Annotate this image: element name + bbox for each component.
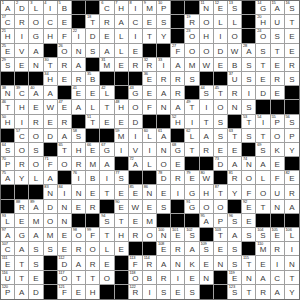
grid-cell-r12c16[interactable]: 73D [214,157,228,171]
grid-cell-r5c4[interactable]: 30T [44,58,58,72]
grid-cell-r20c15[interactable]: N [200,271,214,285]
grid-cell-r4c5[interactable]: 26O [58,44,72,58]
grid-cell-r5c13[interactable]: A [171,58,185,72]
grid-cell-r9c20[interactable]: 55P [271,115,285,129]
grid-cell-r13c13[interactable]: R [171,171,185,185]
grid-cell-r7c8[interactable]: 42L [100,86,114,100]
grid-cell-r4c20[interactable]: T [271,44,285,58]
grid-cell-r17c20[interactable]: 105E [271,228,285,242]
grid-cell-r5c6[interactable]: A [72,58,86,72]
grid-cell-r12c7[interactable]: M [86,157,100,171]
grid-cell-r3c15[interactable]: H [200,29,214,43]
grid-cell-r1c20[interactable]: 15A [271,1,285,15]
grid-cell-r15c4[interactable]: D [44,200,58,214]
grid-cell-r11c19[interactable]: 69S [256,143,270,157]
grid-cell-r19c15[interactable]: E [200,256,214,270]
grid-cell-r13c21[interactable]: 82E [285,171,299,185]
grid-cell-r8c8[interactable]: T [100,100,114,114]
grid-cell-r17c1[interactable]: 97A [1,228,15,242]
grid-cell-r21c1[interactable]: 120P [1,285,15,299]
grid-cell-r21c3[interactable]: D [29,285,43,299]
grid-cell-r4c21[interactable]: E [285,44,299,58]
grid-cell-r17c17[interactable]: A [228,228,242,242]
grid-cell-r2c1[interactable]: 17C [1,15,15,29]
grid-cell-r4c9[interactable]: L [115,44,129,58]
grid-cell-r8c2[interactable]: H [15,100,29,114]
grid-cell-r21c13[interactable]: E [171,285,185,299]
grid-cell-r5c11[interactable]: 32R [143,58,157,72]
grid-cell-r1c19[interactable]: 14G [256,1,270,15]
grid-cell-r7c7[interactable]: E [86,86,100,100]
grid-cell-r19c10[interactable]: 113F [129,256,143,270]
grid-cell-r3c21[interactable]: E [285,29,299,43]
grid-cell-r9c10[interactable]: D [129,115,143,129]
grid-cell-r12c5[interactable]: O [58,157,72,171]
grid-cell-r8c3[interactable]: E [29,100,43,114]
grid-cell-r17c14[interactable]: 102S [185,228,199,242]
grid-cell-r9c4[interactable]: E [44,115,58,129]
grid-cell-r7c20[interactable]: E [271,86,285,100]
grid-cell-r20c17[interactable]: 119E [228,271,242,285]
grid-cell-r3c8[interactable]: E [100,29,114,43]
grid-cell-r15c9[interactable]: 90E [115,200,129,214]
grid-cell-r2c3[interactable]: O [29,15,43,29]
grid-cell-r20c8[interactable]: O [100,271,114,285]
grid-cell-r15c2[interactable]: 88R [15,200,29,214]
grid-cell-r10c16[interactable]: S [214,129,228,143]
grid-cell-r2c15[interactable]: O [200,15,214,29]
grid-cell-r19c11[interactable]: 114R [143,256,157,270]
grid-cell-r5c21[interactable]: R [285,58,299,72]
grid-cell-r1c5[interactable]: 5B [58,1,72,15]
grid-cell-r13c18[interactable]: O [242,171,256,185]
grid-cell-r1c17[interactable]: 13S [228,1,242,15]
grid-cell-r2c16[interactable]: L [214,15,228,29]
grid-cell-r2c11[interactable]: E [143,15,157,29]
grid-cell-r18c16[interactable]: E [214,242,228,256]
grid-cell-r14c16[interactable]: 87T [214,185,228,199]
grid-cell-r5c12[interactable]: 33I [157,58,171,72]
grid-cell-r21c17[interactable]: 123S [228,285,242,299]
grid-cell-r5c19[interactable]: T [256,58,270,72]
grid-cell-r14c7[interactable]: E [86,185,100,199]
grid-cell-r21c2[interactable]: A [15,285,29,299]
grid-cell-r12c17[interactable]: A [228,157,242,171]
grid-cell-r13c3[interactable]: L [29,171,43,185]
grid-cell-r11c2[interactable]: O [15,143,29,157]
grid-cell-r18c6[interactable]: R [72,242,86,256]
grid-cell-r2c9[interactable]: A [115,15,129,29]
grid-cell-r1c12[interactable]: 10P [157,1,171,15]
grid-cell-r14c13[interactable]: I [171,185,185,199]
grid-cell-r20c7[interactable]: T [86,271,100,285]
grid-cell-r14c11[interactable]: 86N [143,185,157,199]
grid-cell-r8c5[interactable]: 47E [58,100,72,114]
grid-cell-r20c12[interactable]: R [157,271,171,285]
grid-cell-r5c20[interactable]: E [271,58,285,72]
grid-cell-r12c13[interactable]: E [171,157,185,171]
grid-cell-r21c7[interactable]: H [86,285,100,299]
grid-cell-r9c3[interactable]: R [29,115,43,129]
grid-cell-r14c21[interactable]: R [285,185,299,199]
grid-cell-r9c9[interactable]: E [115,115,129,129]
grid-cell-r18c20[interactable]: R [271,242,285,256]
grid-cell-r6c13[interactable]: R [171,72,185,86]
grid-cell-r3c14[interactable]: 23O [185,29,199,43]
grid-cell-r21c19[interactable]: R [256,285,270,299]
grid-cell-r13c17[interactable]: 81R [228,171,242,185]
grid-cell-r19c6[interactable]: A [72,256,86,270]
grid-cell-r11c6[interactable]: H [72,143,86,157]
grid-cell-r4c3[interactable]: A [29,44,43,58]
grid-cell-r12c18[interactable]: 74N [242,157,256,171]
grid-cell-r7c4[interactable]: A [44,86,58,100]
grid-cell-r1c10[interactable]: 8I [129,1,143,15]
grid-cell-r19c13[interactable]: N [171,256,185,270]
grid-cell-r10c15[interactable]: A [200,129,214,143]
grid-cell-r8c18[interactable]: S [242,100,256,114]
grid-cell-r7c6[interactable]: 41E [72,86,86,100]
grid-cell-r19c3[interactable]: S [29,256,43,270]
grid-cell-r7c16[interactable]: 45T [214,86,228,100]
grid-cell-r11c9[interactable]: I [115,143,129,157]
grid-cell-r16c17[interactable]: 96S [228,214,242,228]
grid-cell-r10c3[interactable]: O [29,129,43,143]
grid-cell-r20c5[interactable]: 117O [58,271,72,285]
grid-cell-r17c18[interactable]: S [242,228,256,242]
grid-cell-r19c8[interactable]: E [100,256,114,270]
grid-cell-r17c9[interactable]: H [115,228,129,242]
grid-cell-r7c3[interactable]: 40A [29,86,43,100]
grid-cell-r12c12[interactable]: O [157,157,171,171]
grid-cell-r19c7[interactable]: R [86,256,100,270]
grid-cell-r11c1[interactable]: 64S [1,143,15,157]
grid-cell-r20c3[interactable]: E [29,271,43,285]
grid-cell-r10c18[interactable]: S [242,129,256,143]
grid-cell-r2c21[interactable]: T [285,15,299,29]
grid-cell-r1c1[interactable]: 1A [1,1,15,15]
grid-cell-r5c17[interactable]: B [228,58,242,72]
grid-cell-r7c11[interactable]: E [143,86,157,100]
grid-cell-r1c9[interactable]: 7H [115,1,129,15]
grid-cell-r8c9[interactable]: 48H [115,100,129,114]
grid-cell-r19c17[interactable]: S [228,256,242,270]
grid-cell-r1c3[interactable]: 3L [29,1,43,15]
grid-cell-r7c19[interactable]: D [256,86,270,100]
grid-cell-r19c5[interactable]: 112D [58,256,72,270]
grid-cell-r3c20[interactable]: S [271,29,285,43]
grid-cell-r20c18[interactable]: N [242,271,256,285]
grid-cell-r15c10[interactable]: W [129,200,143,214]
grid-cell-r5c3[interactable]: N [29,58,43,72]
grid-cell-r2c7[interactable]: 18T [86,15,100,29]
grid-cell-r17c16[interactable]: 103T [214,228,228,242]
grid-cell-r4c6[interactable]: N [72,44,86,58]
grid-cell-r2c14[interactable]: 19R [185,15,199,29]
grid-cell-r4c7[interactable]: S [86,44,100,58]
grid-cell-r10c9[interactable]: 59M [115,129,129,143]
grid-cell-r5c10[interactable]: R [129,58,143,72]
grid-cell-r9c8[interactable]: E [100,115,114,129]
grid-cell-r1c16[interactable]: 12E [214,1,228,15]
grid-cell-r7c17[interactable]: R [228,86,242,100]
grid-cell-r13c7[interactable]: B [86,171,100,185]
grid-cell-r7c15[interactable]: 44S [200,86,214,100]
grid-cell-r12c19[interactable]: A [256,157,270,171]
grid-cell-r12c1[interactable]: 70P [1,157,15,171]
grid-cell-r16c4[interactable]: O [44,214,58,228]
grid-cell-r16c3[interactable]: M [29,214,43,228]
grid-cell-r9c18[interactable]: 53T [242,115,256,129]
grid-cell-r8c14[interactable]: 49T [185,100,199,114]
grid-cell-r11c3[interactable]: S [29,143,43,157]
grid-cell-r13c14[interactable]: 79E [185,171,199,185]
grid-cell-r10c6[interactable]: 58S [72,129,86,143]
grid-cell-r10c19[interactable]: T [256,129,270,143]
grid-cell-r15c12[interactable]: S [157,200,171,214]
grid-cell-r16c2[interactable]: E [15,214,29,228]
grid-cell-r3c16[interactable]: I [214,29,228,43]
grid-cell-r3c10[interactable]: I [129,29,143,43]
grid-cell-r14c6[interactable]: N [72,185,86,199]
grid-cell-r9c14[interactable]: I [185,115,199,129]
grid-cell-r16c16[interactable]: P [214,214,228,228]
grid-cell-r5c8[interactable]: 31M [100,58,114,72]
grid-cell-r5c5[interactable]: R [58,58,72,72]
grid-cell-r18c14[interactable]: A [185,242,199,256]
grid-cell-r3c6[interactable]: 22I [72,29,86,43]
grid-cell-r17c4[interactable]: M [44,228,58,242]
grid-cell-r6c5[interactable]: E [58,72,72,86]
grid-cell-r21c5[interactable]: 121F [58,285,72,299]
grid-cell-r12c10[interactable]: 72A [129,157,143,171]
grid-cell-r11c8[interactable]: 67G [100,143,114,157]
grid-cell-r15c6[interactable]: E [72,200,86,214]
grid-cell-r13c20[interactable]: F [271,171,285,185]
grid-cell-r18c15[interactable]: 109S [200,242,214,256]
grid-cell-r12c20[interactable]: E [271,157,285,171]
grid-cell-r14c5[interactable]: 84I [58,185,72,199]
grid-cell-r3c5[interactable]: F [58,29,72,43]
grid-cell-r9c15[interactable]: T [200,115,214,129]
grid-cell-r10c11[interactable]: 60L [143,129,157,143]
grid-cell-r8c6[interactable]: A [72,100,86,114]
grid-cell-r8c15[interactable]: I [200,100,214,114]
grid-cell-r17c8[interactable]: T [100,228,114,242]
grid-cell-r15c18[interactable]: 92E [242,200,256,214]
grid-cell-r13c19[interactable]: L [256,171,270,185]
grid-cell-r1c21[interactable]: 16S [285,1,299,15]
grid-cell-r12c3[interactable]: O [29,157,43,171]
grid-cell-r10c4[interactable]: D [44,129,58,143]
grid-cell-r2c10[interactable]: C [129,15,143,29]
grid-cell-r14c18[interactable]: F [242,185,256,199]
grid-cell-r16c5[interactable]: N [58,214,72,228]
grid-cell-r21c14[interactable]: S [185,285,199,299]
grid-cell-r17c7[interactable]: 99F [86,228,100,242]
grid-cell-r2c8[interactable]: R [100,15,114,29]
grid-cell-r19c19[interactable]: E [256,256,270,270]
grid-cell-r8c4[interactable]: W [44,100,58,114]
grid-cell-r12c2[interactable]: R [15,157,29,171]
grid-cell-r11c10[interactable]: V [129,143,143,157]
grid-cell-r5c14[interactable]: M [185,58,199,72]
grid-cell-r6c4[interactable]: 34H [44,72,58,86]
grid-cell-r5c16[interactable]: E [214,58,228,72]
grid-cell-r4c10[interactable]: E [129,44,143,58]
grid-cell-r10c20[interactable]: O [271,129,285,143]
grid-cell-r2c12[interactable]: S [157,15,171,29]
grid-cell-r6c11[interactable]: 36E [143,72,157,86]
grid-cell-r17c12[interactable]: 100N [157,228,171,242]
grid-cell-r11c21[interactable]: Y [285,143,299,157]
grid-cell-r4c2[interactable]: V [15,44,29,58]
grid-cell-r14c10[interactable]: 85E [129,185,143,199]
grid-cell-r6c6[interactable]: R [72,72,86,86]
grid-cell-r3c19[interactable]: 24O [256,29,270,43]
grid-cell-r7c12[interactable]: A [157,86,171,100]
grid-cell-r19c16[interactable]: N [214,256,228,270]
grid-cell-r17c6[interactable]: 98O [72,228,86,242]
grid-cell-r16c9[interactable]: T [115,214,129,228]
grid-cell-r11c16[interactable]: E [214,143,228,157]
grid-cell-r21c6[interactable]: E [72,285,86,299]
grid-cell-r10c2[interactable]: 57C [15,129,29,143]
grid-cell-r17c11[interactable]: O [143,228,157,242]
grid-cell-r17c10[interactable]: R [129,228,143,242]
grid-cell-r9c16[interactable]: S [214,115,228,129]
grid-cell-r10c21[interactable]: P [285,129,299,143]
grid-cell-r8c10[interactable]: O [129,100,143,114]
grid-cell-r20c2[interactable]: T [15,271,29,285]
grid-cell-r19c20[interactable]: I [271,256,285,270]
grid-cell-r6c14[interactable]: S [185,72,199,86]
grid-cell-r6c12[interactable]: R [157,72,171,86]
grid-cell-r19c21[interactable]: N [285,256,299,270]
grid-cell-r10c5[interactable]: A [58,129,72,143]
grid-cell-r12c11[interactable]: L [143,157,157,171]
grid-cell-r13c6[interactable]: 76I [72,171,86,185]
grid-cell-r1c11[interactable]: 9M [143,1,157,15]
grid-cell-r12c6[interactable]: R [72,157,86,171]
grid-cell-r9c13[interactable]: 52H [171,115,185,129]
grid-cell-r11c17[interactable]: E [228,143,242,157]
grid-cell-r14c4[interactable]: 83N [44,185,58,199]
grid-cell-r17c13[interactable]: 101E [171,228,185,242]
grid-cell-r20c13[interactable]: I [171,271,185,285]
grid-cell-r15c7[interactable]: R [86,200,100,214]
grid-cell-r13c1[interactable]: 75A [1,171,15,185]
grid-cell-r16c10[interactable]: E [129,214,143,228]
grid-cell-r18c7[interactable]: O [86,242,100,256]
grid-cell-r7c13[interactable]: R [171,86,185,100]
grid-cell-r13c12[interactable]: 78D [157,171,171,185]
grid-cell-r18c8[interactable]: L [100,242,114,256]
grid-cell-r18c21[interactable]: I [285,242,299,256]
grid-cell-r16c8[interactable]: 94S [100,214,114,228]
grid-cell-r11c15[interactable]: R [200,143,214,157]
grid-cell-r8c16[interactable]: O [214,100,228,114]
grid-cell-r6c18[interactable]: S [242,72,256,86]
grid-cell-r4c1[interactable]: 25E [1,44,15,58]
grid-cell-r11c5[interactable]: 65T [58,143,72,157]
grid-cell-r4c13[interactable]: 27F [171,44,185,58]
grid-cell-r10c10[interactable]: I [129,129,143,143]
grid-cell-r7c2[interactable]: 39C [15,86,29,100]
grid-cell-r12c8[interactable]: A [100,157,114,171]
grid-cell-r1c2[interactable]: 2D [15,1,29,15]
grid-cell-r9c21[interactable]: 56S [285,115,299,129]
grid-cell-r12c4[interactable]: 71F [44,157,58,171]
grid-cell-r6c19[interactable]: E [256,72,270,86]
grid-cell-r13c4[interactable]: A [44,171,58,185]
grid-cell-r9c1[interactable]: 50H [1,115,15,129]
grid-cell-r5c2[interactable]: E [15,58,29,72]
grid-cell-r8c11[interactable]: F [143,100,157,114]
grid-cell-r14c14[interactable]: G [185,185,199,199]
grid-cell-r21c12[interactable]: S [157,285,171,299]
grid-cell-r15c3[interactable]: 89A [29,200,43,214]
grid-cell-r4c17[interactable]: W [228,44,242,58]
grid-cell-r19c1[interactable]: 111E [1,256,15,270]
grid-cell-r6c7[interactable]: 35B [86,72,100,86]
grid-cell-r11c11[interactable]: I [143,143,157,157]
grid-cell-r5c1[interactable]: 29S [1,58,15,72]
grid-cell-r8c1[interactable]: 46T [1,100,15,114]
grid-cell-r3c17[interactable]: O [228,29,242,43]
grid-cell-r15c20[interactable]: N [271,200,285,214]
grid-cell-r9c7[interactable]: 51T [86,115,100,129]
grid-cell-r21c18[interactable]: T [242,285,256,299]
grid-cell-r6c17[interactable]: 37U [228,72,242,86]
grid-cell-r2c2[interactable]: R [15,15,29,29]
grid-cell-r18c12[interactable]: 108E [157,242,171,256]
grid-cell-r11c7[interactable]: 66E [86,143,100,157]
grid-cell-r15c11[interactable]: E [143,200,157,214]
grid-cell-r11c14[interactable]: T [185,143,199,157]
grid-cell-r8c13[interactable]: A [171,100,185,114]
grid-cell-r20c14[interactable]: E [185,271,199,285]
grid-cell-r18c2[interactable]: A [15,242,29,256]
grid-cell-r20c6[interactable]: T [72,271,86,285]
grid-cell-r17c2[interactable]: G [15,228,29,242]
grid-cell-r14c19[interactable]: O [256,185,270,199]
grid-cell-r9c19[interactable]: 54I [256,115,270,129]
grid-cell-r15c19[interactable]: T [256,200,270,214]
grid-cell-r17c5[interactable]: E [58,228,72,242]
grid-cell-r21c11[interactable]: I [143,285,157,299]
grid-cell-r18c9[interactable]: E [115,242,129,256]
grid-cell-r3c4[interactable]: H [44,29,58,43]
grid-cell-r18c1[interactable]: 107C [1,242,15,256]
grid-cell-r20c10[interactable]: 118O [129,271,143,285]
grid-cell-r21c20[interactable]: A [271,285,285,299]
grid-cell-r1c4[interactable]: 4I [44,1,58,15]
grid-cell-r20c21[interactable]: T [285,271,299,285]
grid-cell-r16c15[interactable]: 95A [200,214,214,228]
grid-cell-r21c21[interactable]: Y [285,285,299,299]
grid-cell-r4c14[interactable]: O [185,44,199,58]
grid-cell-r7c18[interactable]: I [242,86,256,100]
grid-cell-r2c19[interactable]: 20H [256,15,270,29]
grid-cell-r15c21[interactable]: A [285,200,299,214]
grid-cell-r5c9[interactable]: E [115,58,129,72]
grid-cell-r20c19[interactable]: A [256,271,270,285]
grid-cell-r18c19[interactable]: 110M [256,242,270,256]
grid-cell-r9c5[interactable]: R [58,115,72,129]
grid-cell-r13c9[interactable]: 77S [115,171,129,185]
grid-cell-r8c7[interactable]: L [86,100,100,114]
